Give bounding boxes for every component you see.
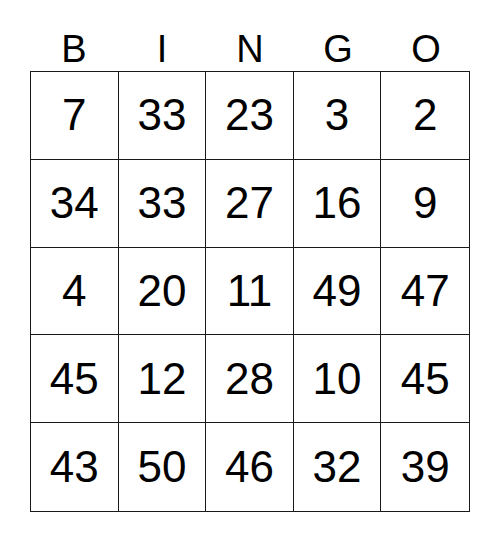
bingo-cell[interactable]: 2 <box>381 72 469 160</box>
bingo-cell[interactable]: 50 <box>119 423 207 511</box>
bingo-cell[interactable]: 16 <box>294 160 382 248</box>
header-letter-g: G <box>294 30 382 71</box>
header-letter-n: N <box>206 30 294 71</box>
bingo-cell[interactable]: 46 <box>206 423 294 511</box>
header-letter-o: O <box>382 30 470 71</box>
bingo-cell[interactable]: 45 <box>381 335 469 423</box>
bingo-cell[interactable]: 33 <box>119 72 207 160</box>
bingo-cell[interactable]: 32 <box>294 423 382 511</box>
bingo-grid: 7 33 23 3 2 34 33 27 16 9 4 20 11 49 47 … <box>30 71 470 512</box>
header-letter-i: I <box>118 30 206 71</box>
bingo-cell[interactable]: 33 <box>119 160 207 248</box>
bingo-cell[interactable]: 47 <box>381 248 469 336</box>
bingo-cell[interactable]: 23 <box>206 72 294 160</box>
bingo-cell[interactable]: 28 <box>206 335 294 423</box>
bingo-cell[interactable]: 34 <box>31 160 119 248</box>
bingo-header-row: B I N G O <box>30 0 470 71</box>
bingo-cell[interactable]: 27 <box>206 160 294 248</box>
bingo-cell[interactable]: 49 <box>294 248 382 336</box>
bingo-cell[interactable]: 10 <box>294 335 382 423</box>
bingo-cell[interactable]: 7 <box>31 72 119 160</box>
bingo-cell[interactable]: 20 <box>119 248 207 336</box>
bingo-cell[interactable]: 12 <box>119 335 207 423</box>
bingo-cell[interactable]: 45 <box>31 335 119 423</box>
header-letter-b: B <box>30 30 118 71</box>
bingo-cell[interactable]: 4 <box>31 248 119 336</box>
bingo-cell[interactable]: 9 <box>381 160 469 248</box>
bingo-cell[interactable]: 11 <box>206 248 294 336</box>
bingo-card: B I N G O 7 33 23 3 2 34 33 27 16 9 4 20… <box>30 0 470 512</box>
bingo-cell[interactable]: 43 <box>31 423 119 511</box>
bingo-cell[interactable]: 3 <box>294 72 382 160</box>
bingo-cell[interactable]: 39 <box>381 423 469 511</box>
